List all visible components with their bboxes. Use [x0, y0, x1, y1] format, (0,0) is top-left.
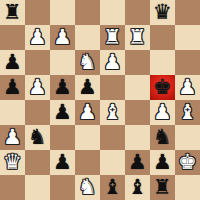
square-a5[interactable]: ♟ [0, 75, 25, 100]
white-knight[interactable]: ♞ [78, 175, 97, 200]
square-a3[interactable]: ♟ [0, 125, 25, 150]
white-pawn[interactable]: ♟ [28, 75, 47, 100]
square-h2[interactable]: ♚ [175, 150, 200, 175]
square-g7[interactable] [150, 25, 175, 50]
square-b8[interactable] [25, 0, 50, 25]
white-pawn[interactable]: ♟ [78, 100, 97, 125]
square-b6[interactable] [25, 50, 50, 75]
square-g2[interactable]: ♟ [150, 150, 175, 175]
square-a8[interactable]: ♜ [0, 0, 25, 25]
square-d5[interactable]: ♟ [75, 75, 100, 100]
square-e3[interactable] [100, 125, 125, 150]
square-f2[interactable]: ♟ [125, 150, 150, 175]
black-pawn[interactable]: ♟ [53, 150, 72, 175]
square-c1[interactable] [50, 175, 75, 200]
square-d3[interactable] [75, 125, 100, 150]
chess-board: ♜♛♟♟♜♜♟♞♟♟♟♟♟♚♟♟♟♝♟♝♟♞♞♛♟♟♟♚♞♝♝♜ [0, 0, 200, 200]
square-e1[interactable]: ♝ [100, 175, 125, 200]
white-pawn[interactable]: ♟ [28, 25, 47, 50]
white-pawn[interactable]: ♟ [53, 25, 72, 50]
black-king[interactable]: ♚ [153, 75, 172, 100]
square-h8[interactable] [175, 0, 200, 25]
square-c5[interactable]: ♟ [50, 75, 75, 100]
square-e8[interactable] [100, 0, 125, 25]
square-h3[interactable] [175, 125, 200, 150]
square-e5[interactable] [100, 75, 125, 100]
white-rook[interactable]: ♜ [128, 25, 147, 50]
square-g6[interactable] [150, 50, 175, 75]
square-a6[interactable]: ♟ [0, 50, 25, 75]
square-e4[interactable]: ♝ [100, 100, 125, 125]
square-b1[interactable] [25, 175, 50, 200]
square-e2[interactable] [100, 150, 125, 175]
square-c8[interactable] [50, 0, 75, 25]
square-h5[interactable]: ♟ [175, 75, 200, 100]
black-rook[interactable]: ♜ [153, 175, 172, 200]
square-h4[interactable]: ♝ [175, 100, 200, 125]
square-f6[interactable] [125, 50, 150, 75]
black-pawn[interactable]: ♟ [78, 75, 97, 100]
square-d8[interactable] [75, 0, 100, 25]
square-f7[interactable]: ♜ [125, 25, 150, 50]
square-f4[interactable] [125, 100, 150, 125]
square-b7[interactable]: ♟ [25, 25, 50, 50]
square-d4[interactable]: ♟ [75, 100, 100, 125]
black-rook[interactable]: ♜ [3, 0, 22, 25]
square-e7[interactable]: ♜ [100, 25, 125, 50]
white-pawn[interactable]: ♟ [178, 75, 197, 100]
square-c3[interactable] [50, 125, 75, 150]
square-f1[interactable]: ♝ [125, 175, 150, 200]
square-a7[interactable] [0, 25, 25, 50]
black-knight[interactable]: ♞ [28, 125, 47, 150]
square-g1[interactable]: ♜ [150, 175, 175, 200]
square-d7[interactable] [75, 25, 100, 50]
black-pawn[interactable]: ♟ [53, 100, 72, 125]
black-bishop[interactable]: ♝ [103, 175, 122, 200]
square-f5[interactable] [125, 75, 150, 100]
square-a1[interactable] [0, 175, 25, 200]
square-d6[interactable]: ♞ [75, 50, 100, 75]
white-king[interactable]: ♚ [178, 150, 197, 175]
square-b3[interactable]: ♞ [25, 125, 50, 150]
black-pawn[interactable]: ♟ [128, 150, 147, 175]
square-b5[interactable]: ♟ [25, 75, 50, 100]
black-bishop[interactable]: ♝ [128, 175, 147, 200]
black-pawn[interactable]: ♟ [53, 75, 72, 100]
white-pawn[interactable]: ♟ [3, 125, 22, 150]
square-d2[interactable] [75, 150, 100, 175]
white-pawn[interactable]: ♟ [153, 100, 172, 125]
black-pawn[interactable]: ♟ [3, 75, 22, 100]
square-g5[interactable]: ♚ [150, 75, 175, 100]
square-f3[interactable] [125, 125, 150, 150]
black-pawn[interactable]: ♟ [3, 50, 22, 75]
square-a2[interactable]: ♛ [0, 150, 25, 175]
square-d1[interactable]: ♞ [75, 175, 100, 200]
white-queen[interactable]: ♛ [3, 150, 22, 175]
square-g8[interactable]: ♛ [150, 0, 175, 25]
white-knight[interactable]: ♞ [78, 50, 97, 75]
square-c4[interactable]: ♟ [50, 100, 75, 125]
square-c7[interactable]: ♟ [50, 25, 75, 50]
square-g3[interactable]: ♞ [150, 125, 175, 150]
white-rook[interactable]: ♜ [103, 25, 122, 50]
square-f8[interactable] [125, 0, 150, 25]
white-bishop[interactable]: ♝ [103, 100, 122, 125]
square-a4[interactable] [0, 100, 25, 125]
square-c2[interactable]: ♟ [50, 150, 75, 175]
square-b2[interactable] [25, 150, 50, 175]
square-h6[interactable] [175, 50, 200, 75]
square-h1[interactable] [175, 175, 200, 200]
black-knight[interactable]: ♞ [153, 125, 172, 150]
square-g4[interactable]: ♟ [150, 100, 175, 125]
black-queen[interactable]: ♛ [153, 0, 172, 25]
white-pawn[interactable]: ♟ [103, 50, 122, 75]
square-h7[interactable] [175, 25, 200, 50]
square-e6[interactable]: ♟ [100, 50, 125, 75]
black-pawn[interactable]: ♟ [153, 150, 172, 175]
square-c6[interactable] [50, 50, 75, 75]
square-b4[interactable] [25, 100, 50, 125]
white-bishop[interactable]: ♝ [178, 100, 197, 125]
